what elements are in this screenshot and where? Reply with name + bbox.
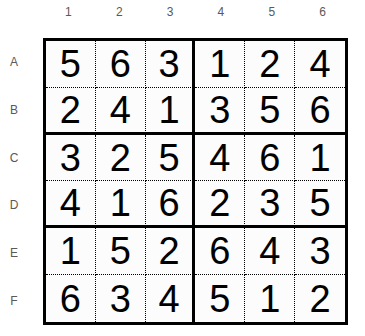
row-label-F: F bbox=[0, 277, 28, 325]
cell-C3: 5 bbox=[146, 135, 196, 182]
cell-B6: 6 bbox=[295, 88, 345, 135]
cell-D5: 3 bbox=[245, 181, 295, 228]
cell-C2: 2 bbox=[96, 135, 146, 182]
column-label-6: 6 bbox=[297, 4, 348, 20]
cell-A1: 5 bbox=[46, 41, 96, 88]
cell-D4: 2 bbox=[195, 181, 245, 228]
cell-A2: 6 bbox=[96, 41, 146, 88]
cell-D3: 6 bbox=[146, 181, 196, 228]
sudoku-diagram: 123456 ABCDEF 56312424135632546141623515… bbox=[0, 0, 365, 336]
cell-E6: 3 bbox=[295, 228, 345, 275]
cell-E4: 6 bbox=[195, 228, 245, 275]
column-labels: 123456 bbox=[43, 4, 348, 20]
cell-F5: 1 bbox=[245, 275, 295, 322]
cell-B3: 1 bbox=[146, 88, 196, 135]
row-label-D: D bbox=[0, 181, 28, 229]
cell-F4: 5 bbox=[195, 275, 245, 322]
cell-A3: 3 bbox=[146, 41, 196, 88]
cell-D2: 1 bbox=[96, 181, 146, 228]
column-label-2: 2 bbox=[94, 4, 145, 20]
column-label-5: 5 bbox=[246, 4, 297, 20]
cell-B4: 3 bbox=[195, 88, 245, 135]
cell-B2: 4 bbox=[96, 88, 146, 135]
cell-B1: 2 bbox=[46, 88, 96, 135]
cell-F1: 6 bbox=[46, 275, 96, 322]
cell-F3: 4 bbox=[146, 275, 196, 322]
cell-E1: 1 bbox=[46, 228, 96, 275]
cell-A6: 4 bbox=[295, 41, 345, 88]
row-labels: ABCDEF bbox=[0, 38, 28, 325]
cell-C6: 1 bbox=[295, 135, 345, 182]
cell-E3: 2 bbox=[146, 228, 196, 275]
cell-C1: 3 bbox=[46, 135, 96, 182]
cell-F6: 2 bbox=[295, 275, 345, 322]
cell-A5: 2 bbox=[245, 41, 295, 88]
cell-D1: 4 bbox=[46, 181, 96, 228]
row-label-A: A bbox=[0, 38, 28, 86]
column-label-4: 4 bbox=[195, 4, 246, 20]
cell-C5: 6 bbox=[245, 135, 295, 182]
cell-E2: 5 bbox=[96, 228, 146, 275]
cell-B5: 5 bbox=[245, 88, 295, 135]
row-label-B: B bbox=[0, 86, 28, 134]
cell-E5: 4 bbox=[245, 228, 295, 275]
cell-F2: 3 bbox=[96, 275, 146, 322]
cell-C4: 4 bbox=[195, 135, 245, 182]
sudoku-grid: 563124241356325461416235152643634512 bbox=[43, 38, 348, 325]
column-label-1: 1 bbox=[43, 4, 94, 20]
row-label-E: E bbox=[0, 229, 28, 277]
row-label-C: C bbox=[0, 134, 28, 182]
cell-A4: 1 bbox=[195, 41, 245, 88]
column-label-3: 3 bbox=[145, 4, 196, 20]
cell-D6: 5 bbox=[295, 181, 345, 228]
